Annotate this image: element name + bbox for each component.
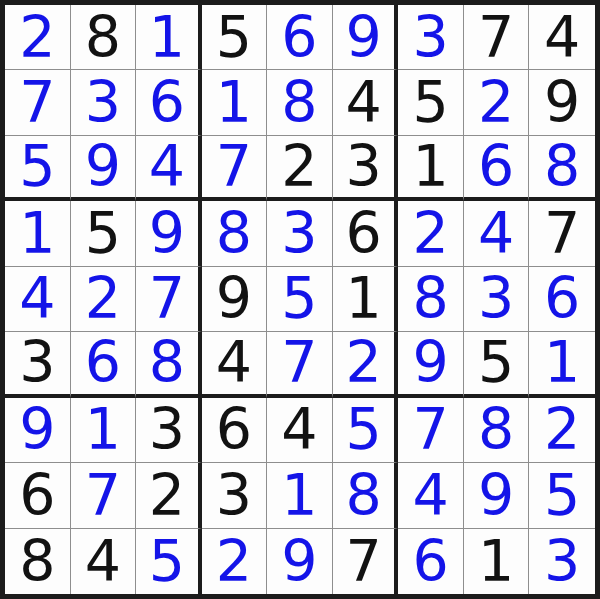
sudoku-cell-r2c8[interactable]: 2	[464, 70, 530, 135]
sudoku-cell-r6c5[interactable]: 7	[267, 332, 333, 397]
sudoku-cell-r5c2[interactable]: 2	[71, 267, 137, 332]
sudoku-cell-r3c9[interactable]: 8	[529, 136, 595, 201]
sudoku-cell-r1c6[interactable]: 9	[333, 5, 399, 70]
sudoku-cell-r1c9[interactable]: 4	[529, 5, 595, 70]
sudoku-cell-r8c2[interactable]: 7	[71, 463, 137, 528]
sudoku-cell-r2c2[interactable]: 3	[71, 70, 137, 135]
sudoku-cell-r7c4[interactable]: 6	[202, 398, 268, 463]
sudoku-cell-r1c5[interactable]: 6	[267, 5, 333, 70]
sudoku-cell-r5c9[interactable]: 6	[529, 267, 595, 332]
sudoku-cell-r7c7[interactable]: 7	[398, 398, 464, 463]
sudoku-cell-r8c3[interactable]: 2	[136, 463, 202, 528]
sudoku-cell-r7c6[interactable]: 5	[333, 398, 399, 463]
sudoku-cell-r7c9[interactable]: 2	[529, 398, 595, 463]
sudoku-cell-r6c9[interactable]: 1	[529, 332, 595, 397]
sudoku-cell-r6c2[interactable]: 6	[71, 332, 137, 397]
sudoku-cell-r5c8[interactable]: 3	[464, 267, 530, 332]
sudoku-cell-r6c8[interactable]: 5	[464, 332, 530, 397]
sudoku-cell-r6c7[interactable]: 9	[398, 332, 464, 397]
sudoku-cell-r1c8[interactable]: 7	[464, 5, 530, 70]
sudoku-cell-r5c1[interactable]: 4	[5, 267, 71, 332]
sudoku-cell-r7c1[interactable]: 9	[5, 398, 71, 463]
sudoku-cell-r3c8[interactable]: 6	[464, 136, 530, 201]
sudoku-cell-r9c8[interactable]: 1	[464, 529, 530, 594]
sudoku-cell-r9c6[interactable]: 7	[333, 529, 399, 594]
sudoku-cell-r2c4[interactable]: 1	[202, 70, 268, 135]
sudoku-cell-r5c6[interactable]: 1	[333, 267, 399, 332]
sudoku-cell-r7c2[interactable]: 1	[71, 398, 137, 463]
sudoku-cell-r3c2[interactable]: 9	[71, 136, 137, 201]
sudoku-cell-r2c5[interactable]: 8	[267, 70, 333, 135]
sudoku-cell-r8c5[interactable]: 1	[267, 463, 333, 528]
sudoku-cell-r4c7[interactable]: 2	[398, 201, 464, 266]
sudoku-cell-r9c4[interactable]: 2	[202, 529, 268, 594]
sudoku-cell-r7c8[interactable]: 8	[464, 398, 530, 463]
sudoku-cell-r7c3[interactable]: 3	[136, 398, 202, 463]
sudoku-cell-r9c7[interactable]: 6	[398, 529, 464, 594]
sudoku-cell-r4c1[interactable]: 1	[5, 201, 71, 266]
sudoku-cell-r3c1[interactable]: 5	[5, 136, 71, 201]
sudoku-cell-r1c2[interactable]: 8	[71, 5, 137, 70]
sudoku-cell-r2c3[interactable]: 6	[136, 70, 202, 135]
sudoku-cell-r9c1[interactable]: 8	[5, 529, 71, 594]
sudoku-cell-r3c7[interactable]: 1	[398, 136, 464, 201]
sudoku-cell-r9c5[interactable]: 9	[267, 529, 333, 594]
sudoku-cell-r8c7[interactable]: 4	[398, 463, 464, 528]
sudoku-cell-r8c1[interactable]: 6	[5, 463, 71, 528]
sudoku-cell-r2c6[interactable]: 4	[333, 70, 399, 135]
sudoku-cell-r9c2[interactable]: 4	[71, 529, 137, 594]
sudoku-cell-r8c8[interactable]: 9	[464, 463, 530, 528]
sudoku-cell-r2c7[interactable]: 5	[398, 70, 464, 135]
sudoku-cell-r5c3[interactable]: 7	[136, 267, 202, 332]
sudoku-cell-r1c3[interactable]: 1	[136, 5, 202, 70]
sudoku-cell-r1c4[interactable]: 5	[202, 5, 268, 70]
sudoku-cell-r5c4[interactable]: 9	[202, 267, 268, 332]
sudoku-cell-r5c5[interactable]: 5	[267, 267, 333, 332]
sudoku-cell-r8c9[interactable]: 5	[529, 463, 595, 528]
sudoku-cell-r4c8[interactable]: 4	[464, 201, 530, 266]
sudoku-cell-r4c4[interactable]: 8	[202, 201, 268, 266]
sudoku-cell-r3c4[interactable]: 7	[202, 136, 268, 201]
sudoku-cell-r5c7[interactable]: 8	[398, 267, 464, 332]
sudoku-cell-r2c1[interactable]: 7	[5, 70, 71, 135]
sudoku-cell-r4c2[interactable]: 5	[71, 201, 137, 266]
sudoku-cell-r3c3[interactable]: 4	[136, 136, 202, 201]
sudoku-cell-r8c4[interactable]: 3	[202, 463, 268, 528]
sudoku-cell-r7c5[interactable]: 4	[267, 398, 333, 463]
sudoku-cell-r4c3[interactable]: 9	[136, 201, 202, 266]
sudoku-cell-r6c1[interactable]: 3	[5, 332, 71, 397]
sudoku-cell-r4c6[interactable]: 6	[333, 201, 399, 266]
sudoku-cell-r6c6[interactable]: 2	[333, 332, 399, 397]
sudoku-cell-r4c5[interactable]: 3	[267, 201, 333, 266]
sudoku-cell-r2c9[interactable]: 9	[529, 70, 595, 135]
sudoku-cell-r6c3[interactable]: 8	[136, 332, 202, 397]
sudoku-cell-r3c5[interactable]: 2	[267, 136, 333, 201]
sudoku-cell-r9c3[interactable]: 5	[136, 529, 202, 594]
sudoku-grid: 2815693747361845295947231681598362474279…	[0, 0, 600, 599]
sudoku-cell-r3c6[interactable]: 3	[333, 136, 399, 201]
sudoku-cell-r8c6[interactable]: 8	[333, 463, 399, 528]
sudoku-cell-r4c9[interactable]: 7	[529, 201, 595, 266]
sudoku-cell-r1c7[interactable]: 3	[398, 5, 464, 70]
sudoku-cell-r6c4[interactable]: 4	[202, 332, 268, 397]
sudoku-cell-r9c9[interactable]: 3	[529, 529, 595, 594]
sudoku-cell-r1c1[interactable]: 2	[5, 5, 71, 70]
